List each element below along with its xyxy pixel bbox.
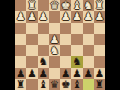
- white-king-piece[interactable]: ♚: [61, 0, 70, 11]
- white-pawn-piece[interactable]: ♟: [95, 11, 104, 22]
- white-pawn-piece[interactable]: ♟: [50, 34, 59, 45]
- black-rook-piece[interactable]: ♜: [95, 79, 104, 90]
- square-d6[interactable]: [49, 56, 60, 67]
- white-pawn-piece[interactable]: ♟: [61, 11, 70, 22]
- square-c2[interactable]: ♟: [38, 11, 49, 22]
- square-d1[interactable]: ♛: [49, 0, 60, 11]
- square-a3[interactable]: [15, 23, 26, 34]
- white-pawn-piece[interactable]: ♟: [27, 11, 36, 22]
- square-c5[interactable]: [38, 45, 49, 56]
- black-pawn-piece[interactable]: ♟: [38, 68, 47, 79]
- square-e2[interactable]: ♟: [60, 11, 71, 22]
- square-h1[interactable]: ♜: [94, 0, 105, 11]
- black-pawn-piece[interactable]: ♟: [95, 68, 104, 79]
- chess-board: ♜♛♚♝♞♜♟♟♟♟♟♟♟♟♞♞♞♟♟♟♟♟♟♟♜♝♛♚♝♜: [15, 0, 105, 90]
- square-f7[interactable]: ♟: [71, 68, 82, 79]
- white-knight-piece[interactable]: ♞: [50, 45, 59, 56]
- square-d5[interactable]: ♞: [49, 45, 60, 56]
- square-f6[interactable]: ♞: [71, 56, 82, 67]
- square-c7[interactable]: ♟: [38, 68, 49, 79]
- black-queen-piece[interactable]: ♛: [50, 79, 59, 90]
- black-bishop-piece[interactable]: ♝: [72, 79, 81, 90]
- chess-screenshot-stage: ♜♛♚♝♞♜♟♟♟♟♟♟♟♟♞♞♞♟♟♟♟♟♟♟♜♝♛♚♝♜: [0, 0, 120, 90]
- square-h5[interactable]: [94, 45, 105, 56]
- square-d4[interactable]: ♟: [49, 34, 60, 45]
- white-pawn-piece[interactable]: ♟: [38, 11, 47, 22]
- black-pawn-piece[interactable]: ♟: [61, 68, 70, 79]
- square-e3[interactable]: [60, 23, 71, 34]
- black-king-piece[interactable]: ♚: [61, 79, 70, 90]
- square-b7[interactable]: ♟: [26, 68, 37, 79]
- square-c8[interactable]: ♝: [38, 79, 49, 90]
- black-pawn-piece[interactable]: ♟: [16, 68, 25, 79]
- square-g7[interactable]: ♟: [83, 68, 94, 79]
- square-h2[interactable]: ♟: [94, 11, 105, 22]
- square-f1[interactable]: ♝: [71, 0, 82, 11]
- square-a7[interactable]: ♟: [15, 68, 26, 79]
- square-a4[interactable]: [15, 34, 26, 45]
- white-pawn-piece[interactable]: ♟: [16, 11, 25, 22]
- white-pawn-piece[interactable]: ♟: [72, 11, 81, 22]
- black-pawn-piece[interactable]: ♟: [83, 68, 92, 79]
- square-a6[interactable]: [15, 56, 26, 67]
- white-rook-piece[interactable]: ♜: [27, 0, 36, 11]
- square-a5[interactable]: [15, 45, 26, 56]
- black-knight-piece[interactable]: ♞: [72, 56, 81, 67]
- square-e7[interactable]: ♟: [60, 68, 71, 79]
- square-h8[interactable]: ♜: [94, 79, 105, 90]
- white-knight-piece[interactable]: ♞: [83, 0, 92, 11]
- square-h7[interactable]: ♟: [94, 68, 105, 79]
- square-d7[interactable]: [49, 68, 60, 79]
- black-bishop-piece[interactable]: ♝: [38, 79, 47, 90]
- square-h6[interactable]: [94, 56, 105, 67]
- square-e5[interactable]: [60, 45, 71, 56]
- square-f4[interactable]: [71, 34, 82, 45]
- black-knight-piece[interactable]: ♞: [38, 56, 47, 67]
- square-d3[interactable]: [49, 23, 60, 34]
- white-queen-piece[interactable]: ♛: [50, 0, 59, 11]
- square-e1[interactable]: ♚: [60, 0, 71, 11]
- square-h3[interactable]: [94, 23, 105, 34]
- square-b4[interactable]: [26, 34, 37, 45]
- square-b8[interactable]: [26, 79, 37, 90]
- letterbox-right-bar: [105, 0, 120, 90]
- white-bishop-piece[interactable]: ♝: [72, 0, 81, 11]
- square-g2[interactable]: ♟: [83, 11, 94, 22]
- square-f2[interactable]: ♟: [71, 11, 82, 22]
- square-b6[interactable]: [26, 56, 37, 67]
- square-g8[interactable]: [83, 79, 94, 90]
- square-e6[interactable]: [60, 56, 71, 67]
- square-h4[interactable]: [94, 34, 105, 45]
- square-a1[interactable]: [15, 0, 26, 11]
- black-pawn-piece[interactable]: ♟: [72, 68, 81, 79]
- square-c1[interactable]: [38, 0, 49, 11]
- square-d2[interactable]: [49, 11, 60, 22]
- square-b3[interactable]: [26, 23, 37, 34]
- letterbox-left-bar: [0, 0, 15, 90]
- square-a2[interactable]: ♟: [15, 11, 26, 22]
- square-d8[interactable]: ♛: [49, 79, 60, 90]
- square-e4[interactable]: [60, 34, 71, 45]
- white-pawn-piece[interactable]: ♟: [83, 11, 92, 22]
- square-b5[interactable]: [26, 45, 37, 56]
- square-f3[interactable]: [71, 23, 82, 34]
- square-g1[interactable]: ♞: [83, 0, 94, 11]
- square-b2[interactable]: ♟: [26, 11, 37, 22]
- square-c4[interactable]: [38, 34, 49, 45]
- square-a8[interactable]: ♜: [15, 79, 26, 90]
- black-rook-piece[interactable]: ♜: [16, 79, 25, 90]
- square-f5[interactable]: [71, 45, 82, 56]
- square-g4[interactable]: [83, 34, 94, 45]
- square-c6[interactable]: ♞: [38, 56, 49, 67]
- square-g5[interactable]: [83, 45, 94, 56]
- white-rook-piece[interactable]: ♜: [95, 0, 104, 11]
- black-pawn-piece[interactable]: ♟: [27, 68, 36, 79]
- square-e8[interactable]: ♚: [60, 79, 71, 90]
- square-b1[interactable]: ♜: [26, 0, 37, 11]
- square-c3[interactable]: [38, 23, 49, 34]
- square-g3[interactable]: [83, 23, 94, 34]
- square-g6[interactable]: [83, 56, 94, 67]
- square-f8[interactable]: ♝: [71, 79, 82, 90]
